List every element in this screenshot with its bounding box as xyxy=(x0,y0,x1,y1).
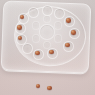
off-board-layer xyxy=(0,0,95,95)
off-board-marble-1[interactable] xyxy=(36,84,41,89)
off-board-marble-2[interactable] xyxy=(47,86,52,91)
photo-background xyxy=(0,0,95,95)
